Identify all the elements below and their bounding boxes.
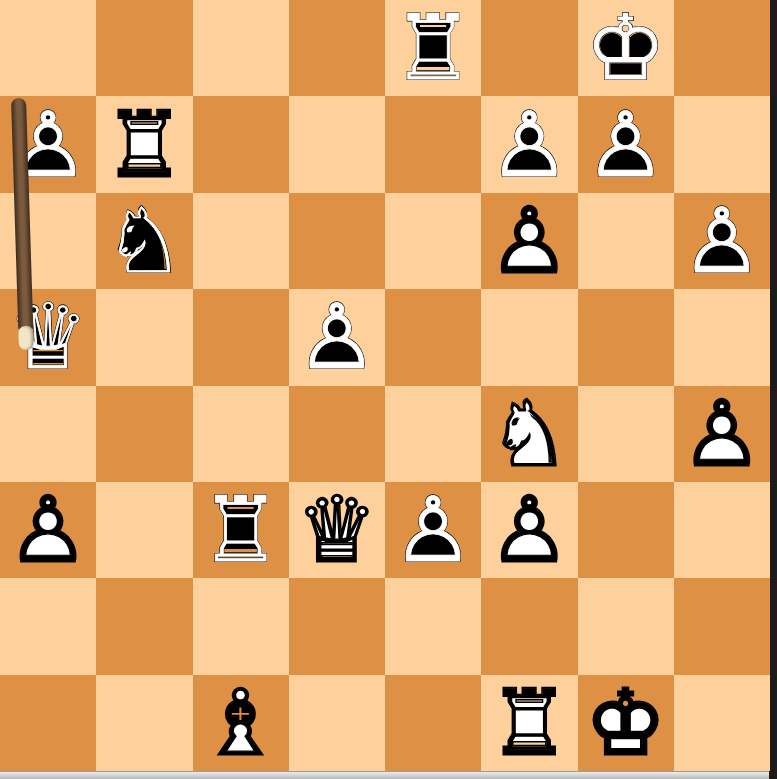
white-pawn-f3[interactable]: ♟♙ bbox=[481, 482, 577, 578]
pawn-outline-icon: ♙ bbox=[489, 485, 570, 575]
king-outline-icon: ♔ bbox=[585, 678, 666, 768]
square-g8[interactable]: ♚♔ bbox=[578, 0, 674, 96]
square-c6[interactable] bbox=[193, 193, 289, 289]
white-pawn-h4[interactable]: ♟♙ bbox=[674, 386, 770, 482]
knight-outline-icon: ♘ bbox=[489, 389, 570, 479]
square-f3[interactable]: ♟♙ bbox=[481, 482, 577, 578]
square-b6[interactable]: ♞♘ bbox=[96, 193, 192, 289]
white-rook-f1[interactable]: ♜♖ bbox=[481, 675, 577, 771]
square-e3[interactable]: ♟♙ bbox=[385, 482, 481, 578]
square-f4[interactable]: ♞♘ bbox=[481, 386, 577, 482]
square-f6[interactable]: ♟♙ bbox=[481, 193, 577, 289]
square-d5[interactable]: ♟♙ bbox=[289, 289, 385, 385]
square-a2[interactable] bbox=[0, 578, 96, 674]
square-h1[interactable] bbox=[674, 675, 770, 771]
king-outline-icon: ♔ bbox=[585, 3, 666, 93]
black-pawn-d5[interactable]: ♟♙ bbox=[289, 289, 385, 385]
black-rook-e8[interactable]: ♜♖ bbox=[385, 0, 481, 96]
square-d7[interactable] bbox=[289, 96, 385, 192]
pawn-outline-icon: ♙ bbox=[297, 292, 378, 382]
square-f5[interactable] bbox=[481, 289, 577, 385]
square-c5[interactable] bbox=[193, 289, 289, 385]
square-a6[interactable] bbox=[0, 193, 96, 289]
square-a4[interactable] bbox=[0, 386, 96, 482]
black-pawn-h6[interactable]: ♟♙ bbox=[674, 193, 770, 289]
square-f2[interactable] bbox=[481, 578, 577, 674]
square-e5[interactable] bbox=[385, 289, 481, 385]
rook-outline-icon: ♖ bbox=[200, 485, 281, 575]
queen-outline-icon: ♕ bbox=[297, 485, 378, 575]
square-g2[interactable] bbox=[578, 578, 674, 674]
white-rook-b7[interactable]: ♜♖ bbox=[96, 96, 192, 192]
square-g6[interactable] bbox=[578, 193, 674, 289]
square-h5[interactable] bbox=[674, 289, 770, 385]
square-f8[interactable] bbox=[481, 0, 577, 96]
square-d2[interactable] bbox=[289, 578, 385, 674]
square-g1[interactable]: ♚♔ bbox=[578, 675, 674, 771]
square-b1[interactable] bbox=[96, 675, 192, 771]
square-d8[interactable] bbox=[289, 0, 385, 96]
white-pawn-f6[interactable]: ♟♙ bbox=[481, 193, 577, 289]
square-e1[interactable] bbox=[385, 675, 481, 771]
square-h8[interactable] bbox=[674, 0, 770, 96]
square-g3[interactable] bbox=[578, 482, 674, 578]
black-queen-a5[interactable]: ♛♕ bbox=[0, 289, 96, 385]
square-a3[interactable]: ♟♙ bbox=[0, 482, 96, 578]
white-pawn-a3[interactable]: ♟♙ bbox=[0, 482, 96, 578]
square-a8[interactable] bbox=[0, 0, 96, 96]
black-pawn-e3[interactable]: ♟♙ bbox=[385, 482, 481, 578]
square-e8[interactable]: ♜♖ bbox=[385, 0, 481, 96]
square-c7[interactable] bbox=[193, 96, 289, 192]
rook-outline-icon: ♖ bbox=[489, 678, 570, 768]
square-d6[interactable] bbox=[289, 193, 385, 289]
square-c1[interactable]: ♝♗ bbox=[193, 675, 289, 771]
white-knight-f4[interactable]: ♞♘ bbox=[481, 386, 577, 482]
pawn-outline-icon: ♙ bbox=[682, 389, 763, 479]
square-f1[interactable]: ♜♖ bbox=[481, 675, 577, 771]
rook-outline-icon: ♖ bbox=[393, 3, 474, 93]
black-pawn-a7[interactable]: ♟♙ bbox=[0, 96, 96, 192]
pawn-outline-icon: ♙ bbox=[585, 100, 666, 190]
black-king-g8[interactable]: ♚♔ bbox=[578, 0, 674, 96]
square-c8[interactable] bbox=[193, 0, 289, 96]
rook-outline-icon: ♖ bbox=[104, 100, 185, 190]
black-pawn-f7[interactable]: ♟♙ bbox=[481, 96, 577, 192]
white-king-g1[interactable]: ♚♔ bbox=[578, 675, 674, 771]
square-b2[interactable] bbox=[96, 578, 192, 674]
square-c4[interactable] bbox=[193, 386, 289, 482]
square-b7[interactable]: ♜♖ bbox=[96, 96, 192, 192]
square-h3[interactable] bbox=[674, 482, 770, 578]
square-a5[interactable]: ♛♕ bbox=[0, 289, 96, 385]
square-b5[interactable] bbox=[96, 289, 192, 385]
white-queen-d3[interactable]: ♛♕ bbox=[289, 482, 385, 578]
knight-outline-icon: ♘ bbox=[104, 196, 185, 286]
square-b4[interactable] bbox=[96, 386, 192, 482]
square-e4[interactable] bbox=[385, 386, 481, 482]
square-d4[interactable] bbox=[289, 386, 385, 482]
square-e6[interactable] bbox=[385, 193, 481, 289]
square-a1[interactable] bbox=[0, 675, 96, 771]
square-g4[interactable] bbox=[578, 386, 674, 482]
square-c3[interactable]: ♜♖ bbox=[193, 482, 289, 578]
pawn-outline-icon: ♙ bbox=[8, 100, 89, 190]
square-d3[interactable]: ♛♕ bbox=[289, 482, 385, 578]
square-h7[interactable] bbox=[674, 96, 770, 192]
bishop-outline-icon: ♗ bbox=[200, 678, 281, 768]
square-h2[interactable] bbox=[674, 578, 770, 674]
square-e7[interactable] bbox=[385, 96, 481, 192]
app-window: ♜♖♚♔♟♙♜♖♟♙♟♙♞♘♟♙♟♙♛♕♟♙♞♘♟♙♟♙♜♖♛♕♟♙♟♙♝♗♜♖… bbox=[0, 0, 777, 779]
square-h4[interactable]: ♟♙ bbox=[674, 386, 770, 482]
black-knight-b6[interactable]: ♞♘ bbox=[96, 193, 192, 289]
pawn-outline-icon: ♙ bbox=[393, 485, 474, 575]
square-c2[interactable] bbox=[193, 578, 289, 674]
square-g7[interactable]: ♟♙ bbox=[578, 96, 674, 192]
square-b8[interactable] bbox=[96, 0, 192, 96]
bottom-edge-strip bbox=[0, 771, 769, 779]
pawn-outline-icon: ♙ bbox=[489, 196, 570, 286]
pawn-outline-icon: ♙ bbox=[489, 100, 570, 190]
square-d1[interactable] bbox=[289, 675, 385, 771]
black-rook-c3[interactable]: ♜♖ bbox=[193, 482, 289, 578]
square-g5[interactable] bbox=[578, 289, 674, 385]
square-h6[interactable]: ♟♙ bbox=[674, 193, 770, 289]
pawn-outline-icon: ♙ bbox=[8, 485, 89, 575]
square-b3[interactable] bbox=[96, 482, 192, 578]
pawn-outline-icon: ♙ bbox=[682, 196, 763, 286]
chess-board: ♜♖♚♔♟♙♜♖♟♙♟♙♞♘♟♙♟♙♛♕♟♙♞♘♟♙♟♙♜♖♛♕♟♙♟♙♝♗♜♖… bbox=[0, 0, 770, 771]
queen-outline-icon: ♕ bbox=[8, 292, 89, 382]
square-f7[interactable]: ♟♙ bbox=[481, 96, 577, 192]
square-a7[interactable]: ♟♙ bbox=[0, 96, 96, 192]
white-bishop-c1[interactable]: ♝♗ bbox=[193, 675, 289, 771]
square-e2[interactable] bbox=[385, 578, 481, 674]
black-pawn-g7[interactable]: ♟♙ bbox=[578, 96, 674, 192]
